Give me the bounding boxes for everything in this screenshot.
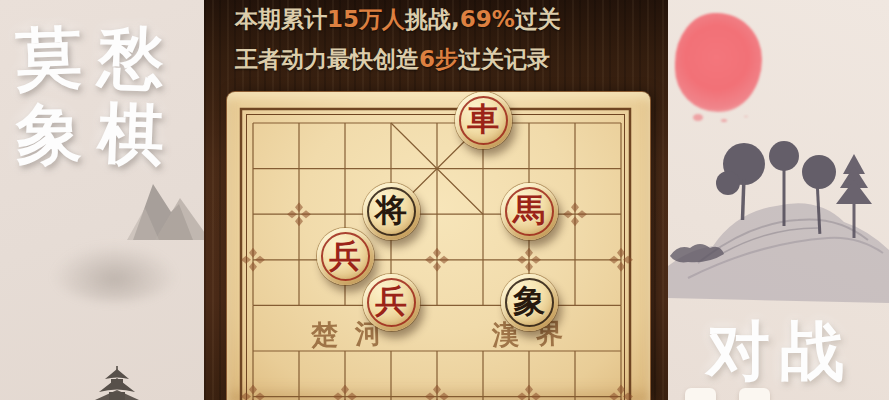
piece-glyph: 馬 (501, 183, 558, 240)
xiangqi-board[interactable]: 楚河 漢界 車将馬兵兵象 (227, 92, 650, 400)
text-part: 象 (7, 93, 90, 174)
text-part: 69% (460, 6, 515, 32)
partial-text-bottom (685, 388, 716, 400)
piece-glyph: 象 (501, 274, 558, 331)
partial-text-bottom (739, 388, 770, 400)
text-part: 愁 (89, 17, 174, 100)
text-part: 莫 (7, 17, 92, 100)
app-title-moxou-xiangqi: 莫愁象棋 (8, 18, 178, 178)
game-panel: 本期累计15万人挑战,69%过关 王者动力最快创造6步过关记录 (204, 0, 672, 400)
text-part: 本期累计 (235, 6, 327, 32)
ink-mountains (125, 178, 210, 240)
piece-glyph: 兵 (363, 274, 420, 331)
duizhan-mode-label[interactable]: 对战 (706, 308, 854, 395)
ink-hill-with-trees (668, 128, 889, 303)
stats-line-record: 王者动力最快创造6步过关记录 (235, 48, 655, 71)
screenshot-stage: 莫愁象棋 本期累计15万人挑战,69%过关 王者动力最快创造6步过关记录 (0, 0, 889, 400)
xiangqi-piece-red-chariot[interactable]: 車 (455, 92, 512, 149)
text-part: 15万人 (327, 6, 405, 32)
text-part: 过关记录 (458, 46, 550, 72)
ink-ridge (52, 244, 177, 302)
challenge-stats-header: 本期累计15万人挑战,69%过关 王者动力最快创造6步过关记录 (235, 8, 655, 88)
text-part: 6步 (419, 46, 458, 72)
text-part: 棋 (89, 93, 174, 176)
stats-line-participants: 本期累计15万人挑战,69%过关 (235, 8, 655, 31)
text-part: 挑战, (405, 6, 460, 32)
xiangqi-piece-black-elephant[interactable]: 象 (501, 274, 558, 331)
red-ink-sun (675, 13, 762, 112)
xiangqi-piece-red-soldier[interactable]: 兵 (363, 274, 420, 331)
piece-glyph: 車 (455, 92, 512, 149)
pagoda-silhouette (92, 366, 144, 400)
text-part: 王者动力最快创造 (235, 46, 419, 72)
left-background: 莫愁象棋 (0, 0, 204, 400)
text-part: 过关 (515, 6, 561, 32)
board-grid-lines (227, 92, 650, 400)
right-background: 对战 (668, 0, 889, 400)
xiangqi-piece-red-horse[interactable]: 馬 (501, 183, 558, 240)
